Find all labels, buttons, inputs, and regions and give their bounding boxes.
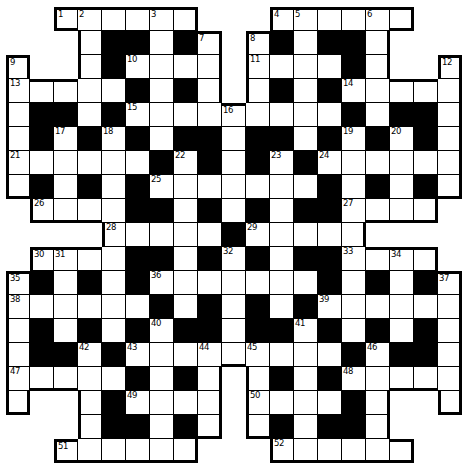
white-square[interactable] — [174, 391, 198, 415]
outside-area — [438, 31, 462, 55]
white-square[interactable] — [270, 295, 294, 319]
white-square[interactable] — [198, 103, 222, 127]
white-square[interactable] — [102, 175, 126, 199]
black-square — [294, 247, 318, 271]
white-square[interactable] — [102, 7, 126, 31]
white-square[interactable] — [198, 223, 222, 247]
clue-number: 24 — [319, 151, 329, 160]
white-square[interactable] — [342, 175, 366, 199]
white-square[interactable] — [174, 343, 198, 367]
black-square — [30, 271, 54, 295]
white-square[interactable] — [198, 415, 222, 439]
white-square[interactable] — [198, 391, 222, 415]
white-square[interactable]: 25 — [150, 175, 174, 199]
white-square[interactable] — [294, 31, 318, 55]
white-square[interactable]: 37 — [438, 271, 462, 295]
white-square[interactable] — [270, 391, 294, 415]
white-square[interactable] — [222, 175, 246, 199]
white-square[interactable] — [174, 223, 198, 247]
white-square[interactable]: 51 — [54, 439, 78, 463]
white-square[interactable] — [390, 439, 414, 463]
outside-area — [222, 391, 246, 415]
white-square[interactable] — [150, 391, 174, 415]
clue-number: 47 — [10, 367, 20, 376]
outside-area — [6, 7, 30, 31]
white-square[interactable] — [54, 367, 78, 391]
white-square[interactable] — [366, 79, 390, 103]
white-square[interactable] — [102, 151, 126, 175]
white-square[interactable] — [6, 127, 30, 151]
white-square[interactable]: 23 — [270, 151, 294, 175]
white-square[interactable] — [414, 199, 438, 223]
white-square[interactable] — [294, 127, 318, 151]
black-square — [414, 175, 438, 199]
black-square — [126, 31, 150, 55]
white-square[interactable] — [198, 271, 222, 295]
white-square[interactable]: 44 — [198, 343, 222, 367]
white-square[interactable] — [174, 55, 198, 79]
outside-area — [246, 439, 270, 463]
clue-number: 46 — [367, 343, 377, 352]
white-square[interactable] — [294, 175, 318, 199]
white-square[interactable] — [414, 79, 438, 103]
white-square[interactable] — [366, 103, 390, 127]
clue-number: 13 — [10, 79, 20, 88]
white-square[interactable] — [270, 223, 294, 247]
white-square[interactable] — [6, 175, 30, 199]
white-square[interactable]: 27 — [342, 199, 366, 223]
black-square — [294, 199, 318, 223]
outside-area — [54, 223, 78, 247]
white-square[interactable] — [342, 223, 366, 247]
white-square[interactable] — [246, 415, 270, 439]
black-square — [246, 247, 270, 271]
black-square — [30, 175, 54, 199]
white-square[interactable]: 39 — [318, 295, 342, 319]
white-square[interactable]: 3 — [150, 7, 174, 31]
white-square[interactable] — [438, 79, 462, 103]
white-square[interactable]: 35 — [6, 271, 30, 295]
white-square[interactable]: 46 — [366, 343, 390, 367]
white-square[interactable] — [294, 439, 318, 463]
white-square[interactable] — [78, 295, 102, 319]
white-square[interactable] — [318, 343, 342, 367]
white-square[interactable] — [366, 439, 390, 463]
white-square[interactable] — [6, 103, 30, 127]
clue-number: 29 — [247, 223, 257, 232]
white-square[interactable] — [30, 151, 54, 175]
white-square[interactable] — [78, 367, 102, 391]
black-square — [174, 319, 198, 343]
black-square — [198, 295, 222, 319]
white-square[interactable] — [102, 247, 126, 271]
white-square[interactable] — [246, 79, 270, 103]
white-square[interactable]: 49 — [126, 391, 150, 415]
clue-number: 48 — [343, 367, 353, 376]
black-square — [126, 367, 150, 391]
clue-number: 38 — [10, 295, 20, 304]
white-square[interactable] — [30, 295, 54, 319]
outside-area — [30, 439, 54, 463]
white-square[interactable]: 9 — [6, 55, 30, 79]
white-square[interactable] — [54, 295, 78, 319]
black-square — [318, 127, 342, 151]
white-square[interactable] — [54, 79, 78, 103]
white-square[interactable] — [390, 7, 414, 31]
clue-number: 2 — [79, 10, 84, 19]
white-square[interactable] — [78, 151, 102, 175]
white-square[interactable] — [174, 103, 198, 127]
clue-number: 22 — [175, 151, 185, 160]
white-square[interactable] — [270, 247, 294, 271]
white-square[interactable]: 33 — [342, 247, 366, 271]
white-square[interactable]: 13 — [6, 79, 30, 103]
white-square[interactable] — [390, 271, 414, 295]
white-square[interactable] — [366, 31, 390, 55]
white-square[interactable] — [102, 79, 126, 103]
white-square[interactable]: 50 — [246, 391, 270, 415]
white-square[interactable]: 17 — [54, 127, 78, 151]
clue-number: 44 — [199, 343, 209, 352]
white-square[interactable] — [270, 175, 294, 199]
white-square[interactable] — [318, 439, 342, 463]
white-square[interactable] — [294, 103, 318, 127]
white-square[interactable] — [390, 175, 414, 199]
white-square[interactable] — [78, 55, 102, 79]
white-square[interactable] — [174, 199, 198, 223]
white-square[interactable] — [222, 151, 246, 175]
white-square[interactable] — [318, 7, 342, 31]
white-square[interactable] — [294, 223, 318, 247]
white-square[interactable] — [414, 247, 438, 271]
white-square[interactable] — [222, 199, 246, 223]
outside-area — [30, 223, 54, 247]
clue-number: 43 — [127, 343, 137, 352]
clue-number: 36 — [151, 271, 161, 280]
white-square[interactable]: 40 — [150, 319, 174, 343]
white-square[interactable] — [150, 55, 174, 79]
white-square[interactable] — [222, 295, 246, 319]
clue-number: 8 — [250, 34, 255, 43]
white-square[interactable] — [246, 103, 270, 127]
white-square[interactable]: 24 — [318, 151, 342, 175]
white-square[interactable] — [438, 391, 462, 415]
white-square[interactable] — [150, 439, 174, 463]
white-square[interactable] — [54, 151, 78, 175]
black-square — [270, 367, 294, 391]
outside-area — [414, 391, 438, 415]
white-square[interactable] — [246, 271, 270, 295]
white-square[interactable] — [102, 295, 126, 319]
clue-number: 14 — [343, 79, 353, 88]
white-square[interactable]: 14 — [342, 79, 366, 103]
white-square[interactable] — [6, 319, 30, 343]
clue-number: 9 — [10, 58, 15, 67]
outside-area — [414, 415, 438, 439]
white-square[interactable] — [150, 31, 174, 55]
black-square — [318, 199, 342, 223]
white-square[interactable] — [78, 199, 102, 223]
white-square[interactable] — [150, 367, 174, 391]
white-square[interactable] — [366, 199, 390, 223]
outside-area — [6, 199, 30, 223]
white-square[interactable] — [102, 439, 126, 463]
white-square[interactable] — [6, 343, 30, 367]
white-square[interactable] — [198, 175, 222, 199]
white-square[interactable] — [54, 271, 78, 295]
outside-area — [438, 199, 462, 223]
white-square[interactable]: 38 — [6, 295, 30, 319]
white-square[interactable] — [342, 271, 366, 295]
white-square[interactable] — [198, 79, 222, 103]
white-square[interactable] — [78, 439, 102, 463]
clue-number: 3 — [151, 10, 156, 19]
white-square[interactable] — [366, 295, 390, 319]
black-square — [126, 199, 150, 223]
white-square[interactable] — [126, 439, 150, 463]
white-square[interactable] — [294, 367, 318, 391]
white-square[interactable] — [390, 151, 414, 175]
white-square[interactable]: 34 — [390, 247, 414, 271]
white-square[interactable] — [150, 223, 174, 247]
black-square — [414, 319, 438, 343]
outside-area — [414, 439, 438, 463]
white-square[interactable] — [198, 367, 222, 391]
white-square[interactable] — [102, 367, 126, 391]
white-square[interactable] — [246, 175, 270, 199]
white-square[interactable] — [150, 127, 174, 151]
white-square[interactable]: 22 — [174, 151, 198, 175]
white-square[interactable] — [78, 415, 102, 439]
clue-number: 1 — [58, 10, 63, 19]
white-square[interactable]: 19 — [342, 127, 366, 151]
white-square[interactable] — [174, 247, 198, 271]
white-square[interactable] — [222, 343, 246, 367]
black-square — [54, 103, 78, 127]
outside-area — [6, 439, 30, 463]
black-square — [174, 367, 198, 391]
white-square[interactable] — [438, 367, 462, 391]
white-square[interactable]: 16 — [222, 103, 246, 127]
white-square[interactable] — [366, 55, 390, 79]
white-square[interactable]: 7 — [198, 31, 222, 55]
white-square[interactable] — [54, 175, 78, 199]
white-square[interactable]: 30 — [30, 247, 54, 271]
white-square[interactable] — [342, 151, 366, 175]
white-square[interactable]: 32 — [222, 247, 246, 271]
white-square[interactable] — [270, 103, 294, 127]
white-square[interactable] — [126, 151, 150, 175]
white-square[interactable]: 21 — [6, 151, 30, 175]
white-square[interactable] — [294, 343, 318, 367]
white-square[interactable]: 43 — [126, 343, 150, 367]
white-square[interactable] — [174, 7, 198, 31]
black-square — [102, 31, 126, 55]
white-square[interactable] — [102, 199, 126, 223]
black-square — [318, 367, 342, 391]
white-square[interactable] — [78, 79, 102, 103]
black-square — [270, 127, 294, 151]
white-square[interactable]: 41 — [294, 319, 318, 343]
white-square[interactable] — [126, 7, 150, 31]
white-square[interactable] — [174, 271, 198, 295]
clue-number: 40 — [151, 319, 161, 328]
white-square[interactable] — [78, 247, 102, 271]
white-square[interactable] — [318, 223, 342, 247]
clue-number: 19 — [343, 127, 353, 136]
white-square[interactable]: 45 — [246, 343, 270, 367]
white-square[interactable]: 6 — [366, 7, 390, 31]
white-square[interactable] — [78, 31, 102, 55]
white-square[interactable] — [390, 319, 414, 343]
black-square — [198, 127, 222, 151]
white-square[interactable]: 18 — [102, 127, 126, 151]
clue-number: 42 — [79, 343, 89, 352]
white-square[interactable] — [102, 271, 126, 295]
black-square — [174, 415, 198, 439]
white-square[interactable] — [366, 247, 390, 271]
white-square[interactable] — [174, 295, 198, 319]
white-square[interactable] — [222, 319, 246, 343]
white-square[interactable] — [30, 79, 54, 103]
black-square — [54, 343, 78, 367]
black-square — [30, 319, 54, 343]
white-square[interactable] — [270, 199, 294, 223]
white-square[interactable] — [438, 295, 462, 319]
white-square[interactable] — [150, 415, 174, 439]
white-square[interactable] — [30, 367, 54, 391]
clue-number: 37 — [439, 274, 449, 283]
white-square[interactable] — [174, 439, 198, 463]
outside-area — [198, 7, 222, 31]
outside-area — [30, 415, 54, 439]
white-square[interactable]: 28 — [102, 223, 126, 247]
white-square[interactable] — [438, 175, 462, 199]
white-square[interactable] — [126, 295, 150, 319]
white-square[interactable] — [174, 175, 198, 199]
white-square[interactable]: 4 — [270, 7, 294, 31]
crossword-board: 1234567891011121314151617181920212223242… — [6, 7, 462, 463]
white-square[interactable] — [294, 271, 318, 295]
white-square[interactable]: 11 — [246, 55, 270, 79]
white-square[interactable] — [318, 103, 342, 127]
clue-number: 15 — [127, 103, 137, 112]
white-square[interactable] — [366, 391, 390, 415]
outside-area — [438, 223, 462, 247]
white-square[interactable] — [270, 271, 294, 295]
white-square[interactable] — [366, 367, 390, 391]
black-square — [246, 295, 270, 319]
white-square[interactable] — [270, 343, 294, 367]
white-square[interactable]: 29 — [246, 223, 270, 247]
white-square[interactable] — [294, 391, 318, 415]
white-square[interactable] — [342, 319, 366, 343]
white-square[interactable] — [390, 367, 414, 391]
white-square[interactable] — [126, 223, 150, 247]
white-square[interactable] — [318, 391, 342, 415]
white-square[interactable] — [438, 127, 462, 151]
white-square[interactable]: 52 — [270, 439, 294, 463]
white-square[interactable] — [198, 55, 222, 79]
white-square[interactable] — [150, 103, 174, 127]
white-square[interactable]: 5 — [294, 7, 318, 31]
white-square[interactable] — [414, 151, 438, 175]
white-square[interactable]: 12 — [438, 55, 462, 79]
white-square[interactable] — [294, 55, 318, 79]
white-square[interactable]: 15 — [126, 103, 150, 127]
white-square[interactable] — [366, 151, 390, 175]
white-square[interactable]: 42 — [78, 343, 102, 367]
outside-area — [6, 31, 30, 55]
white-square[interactable] — [414, 367, 438, 391]
white-square[interactable] — [294, 79, 318, 103]
black-square — [318, 415, 342, 439]
white-square[interactable]: 1 — [54, 7, 78, 31]
outside-area — [6, 247, 30, 271]
white-square[interactable] — [390, 295, 414, 319]
clue-number: 49 — [127, 391, 137, 400]
white-square[interactable]: 48 — [342, 367, 366, 391]
white-square[interactable]: 8 — [246, 31, 270, 55]
outside-area — [438, 7, 462, 31]
white-square[interactable] — [414, 295, 438, 319]
white-square[interactable] — [78, 103, 102, 127]
white-square[interactable] — [342, 7, 366, 31]
white-square[interactable] — [6, 391, 30, 415]
clue-number: 50 — [250, 391, 260, 400]
white-square[interactable] — [54, 319, 78, 343]
white-square[interactable] — [294, 415, 318, 439]
white-square[interactable] — [342, 295, 366, 319]
white-square[interactable] — [438, 319, 462, 343]
white-square[interactable] — [150, 343, 174, 367]
white-square[interactable] — [222, 127, 246, 151]
black-square — [318, 31, 342, 55]
white-square[interactable]: 36 — [150, 271, 174, 295]
white-square[interactable] — [150, 79, 174, 103]
white-square[interactable] — [438, 151, 462, 175]
white-square[interactable]: 10 — [126, 55, 150, 79]
clue-number: 6 — [367, 10, 372, 19]
white-square[interactable] — [390, 79, 414, 103]
white-square[interactable] — [366, 415, 390, 439]
clue-number: 7 — [199, 34, 204, 43]
black-square — [102, 415, 126, 439]
white-square[interactable] — [54, 199, 78, 223]
white-square[interactable]: 2 — [78, 7, 102, 31]
white-square[interactable] — [246, 367, 270, 391]
outside-area — [222, 79, 246, 103]
white-square[interactable] — [102, 319, 126, 343]
black-square — [318, 271, 342, 295]
white-square[interactable]: 47 — [6, 367, 30, 391]
white-square[interactable]: 20 — [390, 127, 414, 151]
white-square[interactable]: 26 — [30, 199, 54, 223]
white-square[interactable] — [438, 343, 462, 367]
white-square[interactable] — [390, 199, 414, 223]
white-square[interactable] — [78, 391, 102, 415]
white-square[interactable] — [342, 439, 366, 463]
white-square[interactable] — [270, 55, 294, 79]
white-square[interactable] — [222, 271, 246, 295]
black-square — [246, 151, 270, 175]
outside-area — [54, 55, 78, 79]
white-square[interactable] — [438, 103, 462, 127]
black-square — [414, 343, 438, 367]
white-square[interactable]: 31 — [54, 247, 78, 271]
white-square[interactable] — [318, 55, 342, 79]
black-square — [270, 31, 294, 55]
